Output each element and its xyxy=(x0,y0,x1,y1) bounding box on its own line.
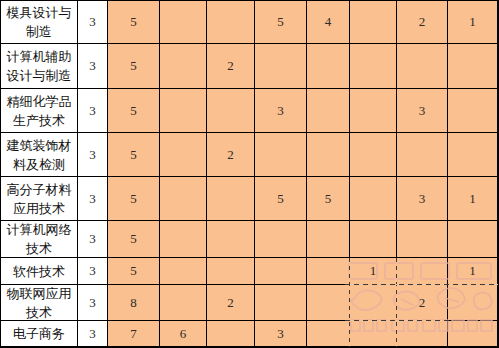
value-cell xyxy=(307,285,350,321)
value-cell xyxy=(207,221,255,258)
value-cell: 5 xyxy=(108,221,160,258)
value-cell xyxy=(307,258,350,285)
value-cell xyxy=(350,321,397,347)
value-cell xyxy=(160,1,207,44)
value-cell: 2 xyxy=(397,1,448,44)
value-cell: 5 xyxy=(307,177,350,221)
value-cell xyxy=(255,258,307,285)
value-cell xyxy=(255,133,307,177)
value-cell xyxy=(160,258,207,285)
page-break-line-vertical xyxy=(396,258,397,347)
value-cell xyxy=(160,177,207,221)
value-cell xyxy=(207,258,255,285)
value-cell xyxy=(448,221,498,258)
value-cell: 1 xyxy=(448,258,498,285)
value-cell xyxy=(307,221,350,258)
value-cell: 3 xyxy=(78,258,108,285)
value-cell xyxy=(350,177,397,221)
value-cell: 5 xyxy=(108,133,160,177)
value-cell xyxy=(350,221,397,258)
value-cell: 3 xyxy=(397,177,448,221)
spreadsheet-table: 模具设计与制造355421计算机辅助设计与制造352精细化学品生产技术3533建… xyxy=(0,0,499,348)
value-cell xyxy=(448,44,498,89)
program-name-cell: 模具设计与制造 xyxy=(1,1,78,44)
value-cell: 8 xyxy=(108,285,160,321)
program-name-cell: 计算机辅助设计与制造 xyxy=(1,44,78,89)
value-cell: 5 xyxy=(108,44,160,89)
value-cell: 5 xyxy=(108,89,160,133)
value-cell xyxy=(397,221,448,258)
value-cell xyxy=(350,89,397,133)
value-cell xyxy=(448,285,498,321)
page-break-line-vertical xyxy=(349,258,350,347)
value-cell xyxy=(397,44,448,89)
value-cell xyxy=(307,321,350,347)
value-cell xyxy=(397,321,448,347)
value-cell xyxy=(448,321,498,347)
value-cell xyxy=(160,89,207,133)
program-name-cell: 物联网应用技术 xyxy=(1,285,78,321)
value-cell: 3 xyxy=(78,177,108,221)
value-cell xyxy=(207,177,255,221)
value-cell xyxy=(160,44,207,89)
value-cell xyxy=(307,89,350,133)
value-cell: 3 xyxy=(255,89,307,133)
value-cell: 7 xyxy=(108,321,160,347)
value-cell: 2 xyxy=(207,44,255,89)
value-cell: 1 xyxy=(448,1,498,44)
program-name-cell: 软件技术 xyxy=(1,258,78,285)
value-cell xyxy=(207,89,255,133)
value-cell: 2 xyxy=(397,285,448,321)
value-cell: 3 xyxy=(397,89,448,133)
program-name-cell: 高分子材料应用技术 xyxy=(1,177,78,221)
value-cell: 3 xyxy=(78,321,108,347)
program-name-cell: 电子商务 xyxy=(1,321,78,347)
value-cell xyxy=(255,44,307,89)
value-cell: 5 xyxy=(255,1,307,44)
table-grid: 模具设计与制造355421计算机辅助设计与制造352精细化学品生产技术3533建… xyxy=(1,1,498,347)
value-cell: 1 xyxy=(350,258,397,285)
value-cell: 3 xyxy=(78,1,108,44)
value-cell xyxy=(397,133,448,177)
value-cell: 2 xyxy=(207,285,255,321)
value-cell xyxy=(448,133,498,177)
value-cell xyxy=(350,285,397,321)
value-cell xyxy=(255,285,307,321)
value-cell: 5 xyxy=(108,177,160,221)
value-cell xyxy=(160,221,207,258)
value-cell: 4 xyxy=(307,1,350,44)
value-cell: 5 xyxy=(255,177,307,221)
page-break-line-horizontal xyxy=(345,284,498,285)
value-cell xyxy=(207,321,255,347)
value-cell xyxy=(255,221,307,258)
program-name-cell: 计算机网络技术 xyxy=(1,221,78,258)
value-cell: 3 xyxy=(78,89,108,133)
value-cell: 2 xyxy=(207,133,255,177)
value-cell: 3 xyxy=(78,44,108,89)
value-cell: 1 xyxy=(448,177,498,221)
value-cell: 3 xyxy=(78,133,108,177)
value-cell xyxy=(448,89,498,133)
value-cell: 5 xyxy=(108,258,160,285)
value-cell xyxy=(307,133,350,177)
value-cell xyxy=(307,44,350,89)
value-cell xyxy=(160,285,207,321)
value-cell: 6 xyxy=(160,321,207,347)
value-cell xyxy=(350,133,397,177)
page-break-line-horizontal xyxy=(345,320,449,321)
value-cell xyxy=(350,1,397,44)
value-cell: 3 xyxy=(255,321,307,347)
value-cell: 5 xyxy=(108,1,160,44)
value-cell xyxy=(207,1,255,44)
value-cell xyxy=(160,133,207,177)
program-name-cell: 精细化学品生产技术 xyxy=(1,89,78,133)
value-cell: 3 xyxy=(78,285,108,321)
value-cell xyxy=(397,258,448,285)
program-name-cell: 建筑装饰材料及检测 xyxy=(1,133,78,177)
value-cell xyxy=(350,44,397,89)
value-cell: 3 xyxy=(78,221,108,258)
